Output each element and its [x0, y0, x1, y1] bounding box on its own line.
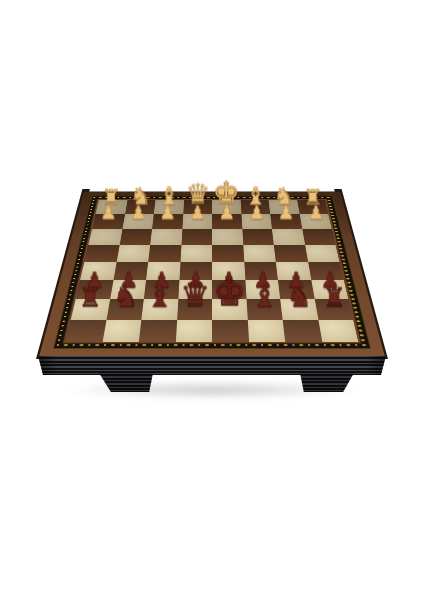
piece-cream-pawn-b7[interactable]: ♟	[123, 204, 153, 223]
piece-red-rook-h2[interactable]: ♜	[316, 285, 351, 311]
piece-red-queen-d2[interactable]: ♛	[177, 278, 212, 311]
piece-red-king-e2[interactable]: ♚	[212, 274, 247, 311]
piece-red-bishop-f2[interactable]: ♝	[247, 281, 282, 311]
chess-product-photo: ♜♞♝♛♚♝♞♜♟♟♟♟♟♟♟♟♟♟♟♟♟♟♟♟♜♞♝♛♚♝♞♜	[0, 0, 424, 600]
piece-cream-pawn-a7[interactable]: ♟	[94, 204, 124, 223]
inner-frame: ♜♞♝♛♚♝♞♜♟♟♟♟♟♟♟♟♟♟♟♟♟♟♟♟♜♞♝♛♚♝♞♜	[62, 199, 362, 344]
marquetry-inlay-border: ♜♞♝♛♚♝♞♜♟♟♟♟♟♟♟♟♟♟♟♟♟♟♟♟♜♞♝♛♚♝♞♜	[53, 196, 371, 349]
perspective-scene: ♜♞♝♛♚♝♞♜♟♟♟♟♟♟♟♟♟♟♟♟♟♟♟♟♜♞♝♛♚♝♞♜	[0, 0, 424, 600]
piece-cream-pawn-f7[interactable]: ♟	[242, 204, 272, 223]
piece-red-knight-b2[interactable]: ♞	[108, 282, 143, 311]
board-front-edge	[36, 356, 388, 375]
chess-board: ♜♞♝♛♚♝♞♜♟♟♟♟♟♟♟♟♟♟♟♟♟♟♟♟♜♞♝♛♚♝♞♜	[38, 191, 386, 357]
piece-cream-pawn-c7[interactable]: ♟	[153, 204, 183, 223]
piece-cream-pawn-h7[interactable]: ♟	[301, 204, 331, 223]
pieces-layer: ♜♞♝♛♚♝♞♜♟♟♟♟♟♟♟♟♟♟♟♟♟♟♟♟♜♞♝♛♚♝♞♜	[66, 200, 359, 342]
piece-cream-pawn-d7[interactable]: ♟	[182, 204, 212, 223]
board-frame: ♜♞♝♛♚♝♞♜♟♟♟♟♟♟♟♟♟♟♟♟♟♟♟♟♜♞♝♛♚♝♞♜	[38, 191, 386, 357]
piece-cream-pawn-g7[interactable]: ♟	[271, 204, 301, 223]
piece-red-bishop-c2[interactable]: ♝	[142, 281, 177, 311]
piece-cream-pawn-e7[interactable]: ♟	[212, 204, 242, 223]
piece-red-knight-g2[interactable]: ♞	[282, 282, 317, 311]
piece-red-rook-a2[interactable]: ♜	[73, 285, 108, 311]
